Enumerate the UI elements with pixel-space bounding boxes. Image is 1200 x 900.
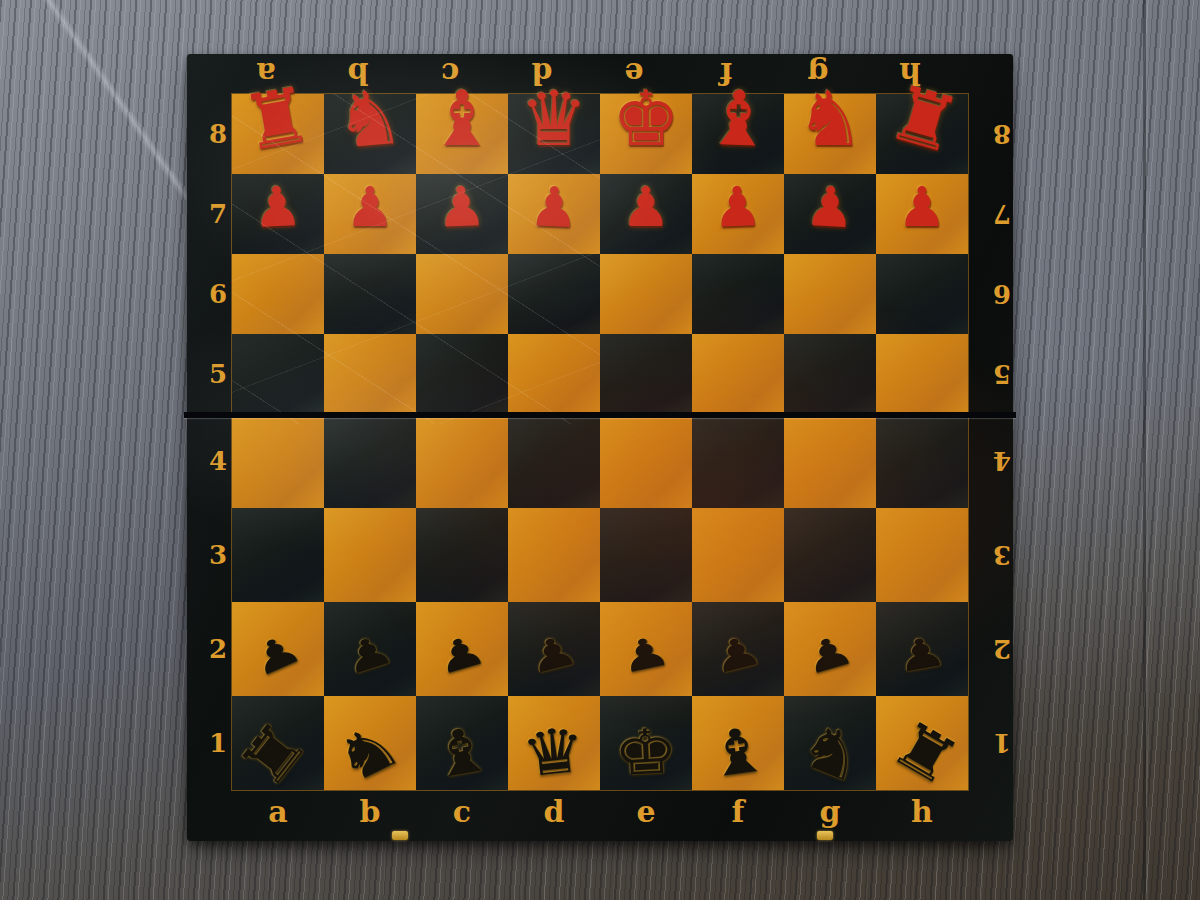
brass-latch	[392, 831, 408, 840]
rank-label-right-3: 3	[971, 508, 1013, 602]
chess-piece-red-n-g8[interactable]: ♞	[796, 81, 864, 157]
rank-label-right-5: 5	[971, 334, 1013, 414]
square-h8[interactable]: ♜	[876, 94, 968, 174]
chess-piece-black-b-c1[interactable]: ♝	[424, 716, 498, 788]
board-squares-grid: ♜♞♝♛♚♝♞♜♟♟♟♟♟♟♟♟♟♟♟♟♟♟♟♟♜♞♝♛♚♝♞♜	[232, 94, 968, 790]
square-d2[interactable]: ♟	[508, 602, 600, 696]
square-d5[interactable]	[508, 334, 600, 414]
square-h7[interactable]: ♟	[876, 174, 968, 254]
rank-label-left-8: 8	[187, 94, 229, 174]
square-g5[interactable]	[784, 334, 876, 414]
chess-piece-black-r-a1[interactable]: ♜	[229, 710, 318, 799]
square-a6[interactable]	[232, 254, 324, 334]
chess-piece-red-p-d7[interactable]: ♟	[529, 179, 580, 236]
rank-label-left-5: 5	[187, 334, 229, 414]
square-b3[interactable]	[324, 508, 416, 602]
square-a3[interactable]	[232, 508, 324, 602]
square-f7[interactable]: ♟	[692, 174, 784, 254]
square-a5[interactable]	[232, 334, 324, 414]
square-b7[interactable]: ♟	[324, 174, 416, 254]
square-h6[interactable]	[876, 254, 968, 334]
chess-piece-black-p-h2[interactable]: ♟	[893, 630, 950, 680]
rank-label-left-2: 2	[187, 602, 229, 696]
square-c8[interactable]: ♝	[416, 94, 508, 174]
file-label-bottom-d: d	[508, 794, 600, 829]
square-d7[interactable]: ♟	[508, 174, 600, 254]
chess-board: ♜♞♝♛♚♝♞♜♟♟♟♟♟♟♟♟♟♟♟♟♟♟♟♟♜♞♝♛♚♝♞♜ aabbccd…	[187, 54, 1013, 841]
chess-piece-red-p-f7[interactable]: ♟	[712, 179, 763, 236]
rank-label-left-4: 4	[187, 414, 229, 508]
wood-plank-seam	[1143, 0, 1146, 900]
chess-piece-black-p-g2[interactable]: ♟	[799, 628, 859, 682]
square-f1[interactable]: ♝	[692, 696, 784, 790]
square-f2[interactable]: ♟	[692, 602, 784, 696]
file-label-bottom-b: b	[324, 794, 416, 829]
chess-piece-black-k-e1[interactable]: ♚	[612, 719, 680, 784]
chess-piece-red-b-f8[interactable]: ♝	[703, 80, 774, 158]
file-label-bottom-c: c	[416, 794, 508, 829]
rank-label-right-6: 6	[971, 254, 1013, 334]
square-a1[interactable]: ♜	[232, 696, 324, 790]
rank-label-left-6: 6	[187, 254, 229, 334]
board-fold-seam	[184, 412, 1016, 418]
chess-piece-black-p-b2[interactable]: ♟	[338, 627, 399, 682]
square-a7[interactable]: ♟	[232, 174, 324, 254]
square-g8[interactable]: ♞	[784, 94, 876, 174]
square-h2[interactable]: ♟	[876, 602, 968, 696]
square-d1[interactable]: ♛	[508, 696, 600, 790]
chess-piece-red-n-b8[interactable]: ♞	[332, 78, 407, 160]
rank-label-left-3: 3	[187, 508, 229, 602]
square-c7[interactable]: ♟	[416, 174, 508, 254]
chess-piece-red-p-b7[interactable]: ♟	[345, 180, 394, 235]
square-g1[interactable]: ♞	[784, 696, 876, 790]
square-g2[interactable]: ♟	[784, 602, 876, 696]
square-e2[interactable]: ♟	[600, 602, 692, 696]
square-a8[interactable]: ♜	[232, 94, 324, 174]
chess-piece-black-p-d2[interactable]: ♟	[524, 628, 583, 680]
rank-label-right-2: 2	[971, 602, 1013, 696]
brass-latch	[817, 831, 833, 840]
square-f8[interactable]: ♝	[692, 94, 784, 174]
rank-label-right-4: 4	[971, 414, 1013, 508]
square-c5[interactable]	[416, 334, 508, 414]
rank-label-right-8: 8	[971, 94, 1013, 174]
square-b5[interactable]	[324, 334, 416, 414]
chess-piece-red-q-d8[interactable]: ♛	[520, 81, 588, 157]
square-e6[interactable]	[600, 254, 692, 334]
chess-piece-red-b-c8[interactable]: ♝	[428, 81, 496, 157]
square-f5[interactable]	[692, 334, 784, 414]
square-e4[interactable]	[600, 414, 692, 508]
rank-label-left-1: 1	[187, 696, 229, 790]
square-g7[interactable]: ♟	[784, 174, 876, 254]
square-b1[interactable]: ♞	[324, 696, 416, 790]
square-d3[interactable]	[508, 508, 600, 602]
rank-label-left-7: 7	[187, 174, 229, 254]
square-f3[interactable]	[692, 508, 784, 602]
file-label-bottom-g: g	[784, 794, 876, 829]
square-f4[interactable]	[692, 414, 784, 508]
square-h3[interactable]	[876, 508, 968, 602]
chess-piece-red-r-a8[interactable]: ♜	[237, 76, 317, 163]
chess-piece-red-p-c7[interactable]: ♟	[436, 179, 487, 236]
square-d8[interactable]: ♛	[508, 94, 600, 174]
square-g3[interactable]	[784, 508, 876, 602]
square-e7[interactable]: ♟	[600, 174, 692, 254]
file-label-bottom-h: h	[876, 794, 968, 829]
chess-piece-red-r-h8[interactable]: ♜	[881, 73, 967, 165]
square-b8[interactable]: ♞	[324, 94, 416, 174]
square-c6[interactable]	[416, 254, 508, 334]
rank-label-right-7: 7	[971, 174, 1013, 254]
square-a2[interactable]: ♟	[232, 602, 324, 696]
square-c4[interactable]	[416, 414, 508, 508]
rank-label-right-1: 1	[971, 696, 1013, 790]
square-e1[interactable]: ♚	[600, 696, 692, 790]
square-c3[interactable]	[416, 508, 508, 602]
chess-piece-black-b-f1[interactable]: ♝	[701, 717, 774, 787]
file-label-bottom-f: f	[692, 794, 784, 829]
chess-piece-black-p-f2[interactable]: ♟	[708, 628, 767, 680]
chess-piece-red-p-a7[interactable]: ♟	[252, 178, 304, 236]
chess-piece-black-q-d1[interactable]: ♛	[518, 718, 589, 786]
square-e3[interactable]	[600, 508, 692, 602]
chess-piece-black-p-c2[interactable]: ♟	[431, 628, 491, 682]
square-f6[interactable]	[692, 254, 784, 334]
chess-piece-red-p-g7[interactable]: ♟	[804, 178, 856, 236]
square-c1[interactable]: ♝	[416, 696, 508, 790]
chess-piece-black-p-e2[interactable]: ♟	[616, 629, 674, 680]
square-h1[interactable]: ♜	[876, 696, 968, 790]
chess-piece-red-p-h7[interactable]: ♟	[897, 180, 946, 235]
square-h5[interactable]	[876, 334, 968, 414]
square-h4[interactable]	[876, 414, 968, 508]
chess-piece-red-k-e8[interactable]: ♚	[612, 81, 680, 157]
square-b6[interactable]	[324, 254, 416, 334]
file-label-bottom-e: e	[600, 794, 692, 829]
chess-piece-black-p-a2[interactable]: ♟	[245, 626, 308, 684]
square-e8[interactable]: ♚	[600, 94, 692, 174]
square-d4[interactable]	[508, 414, 600, 508]
square-b4[interactable]	[324, 414, 416, 508]
chess-piece-black-n-g1[interactable]: ♞	[791, 712, 874, 794]
chess-piece-black-r-h1[interactable]: ♜	[882, 710, 969, 796]
chess-piece-black-n-b1[interactable]: ♞	[325, 711, 410, 795]
chess-piece-red-p-e7[interactable]: ♟	[621, 180, 670, 235]
square-a4[interactable]	[232, 414, 324, 508]
square-e5[interactable]	[600, 334, 692, 414]
square-g6[interactable]	[784, 254, 876, 334]
square-g4[interactable]	[784, 414, 876, 508]
square-d6[interactable]	[508, 254, 600, 334]
square-c2[interactable]: ♟	[416, 602, 508, 696]
square-b2[interactable]: ♟	[324, 602, 416, 696]
